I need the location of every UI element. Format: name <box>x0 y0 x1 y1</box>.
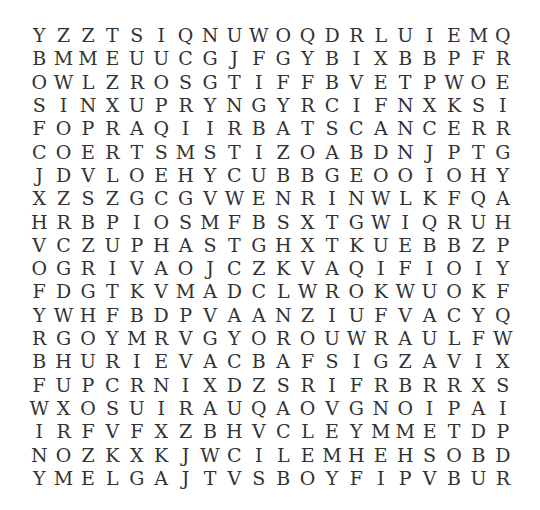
grid-cell-r16c1[interactable]: F <box>27 373 51 396</box>
grid-cell-r11c11[interactable]: K <box>271 257 295 280</box>
grid-cell-r12c17[interactable]: U <box>417 280 441 303</box>
grid-cell-r13c13[interactable]: I <box>320 304 344 327</box>
grid-cell-r1c8[interactable]: N <box>198 24 222 47</box>
grid-cell-r20c19[interactable]: U <box>466 467 490 490</box>
grid-cell-r11c12[interactable]: V <box>295 257 319 280</box>
grid-cell-r17c11[interactable]: A <box>271 397 295 420</box>
grid-cell-r8c1[interactable]: X <box>27 187 51 210</box>
grid-cell-r5c4[interactable]: R <box>100 117 124 140</box>
grid-cell-r14c16[interactable]: A <box>393 327 417 350</box>
grid-cell-r6c16[interactable]: N <box>393 140 417 163</box>
grid-cell-r11c3[interactable]: R <box>76 257 100 280</box>
grid-cell-r14c8[interactable]: G <box>198 327 222 350</box>
grid-cell-r8c7[interactable]: G <box>173 187 197 210</box>
grid-cell-r7c3[interactable]: V <box>76 164 100 187</box>
grid-cell-r10c15[interactable]: U <box>369 234 393 257</box>
grid-cell-r11c7[interactable]: O <box>173 257 197 280</box>
grid-cell-r17c15[interactable]: N <box>369 397 393 420</box>
grid-cell-r18c14[interactable]: Y <box>344 420 368 443</box>
grid-cell-r10c19[interactable]: Z <box>466 234 490 257</box>
grid-cell-r3c16[interactable]: T <box>393 71 417 94</box>
grid-cell-r18c19[interactable]: D <box>466 420 490 443</box>
grid-cell-r1c3[interactable]: Z <box>76 24 100 47</box>
grid-cell-r2c12[interactable]: Y <box>295 47 319 70</box>
grid-cell-r14c20[interactable]: W <box>491 327 515 350</box>
grid-cell-r16c11[interactable]: S <box>271 373 295 396</box>
grid-cell-r14c19[interactable]: F <box>466 327 490 350</box>
grid-cell-r19c4[interactable]: K <box>100 443 124 466</box>
grid-cell-r7c15[interactable]: O <box>369 164 393 187</box>
grid-cell-r17c12[interactable]: O <box>295 397 319 420</box>
grid-cell-r13c15[interactable]: F <box>369 304 393 327</box>
grid-cell-r17c10[interactable]: Q <box>247 397 271 420</box>
grid-cell-r9c5[interactable]: I <box>125 210 149 233</box>
grid-cell-r9c4[interactable]: P <box>100 210 124 233</box>
grid-cell-r20c12[interactable]: O <box>295 467 319 490</box>
grid-cell-r8c15[interactable]: W <box>369 187 393 210</box>
grid-cell-r4c5[interactable]: U <box>125 94 149 117</box>
grid-cell-r5c12[interactable]: T <box>295 117 319 140</box>
grid-cell-r2c9[interactable]: J <box>222 47 246 70</box>
grid-cell-r3c14[interactable]: V <box>344 71 368 94</box>
grid-cell-r6c17[interactable]: J <box>417 140 441 163</box>
grid-cell-r7c13[interactable]: G <box>320 164 344 187</box>
grid-cell-r17c16[interactable]: O <box>393 397 417 420</box>
grid-cell-r5c3[interactable]: P <box>76 117 100 140</box>
grid-cell-r2c13[interactable]: B <box>320 47 344 70</box>
grid-cell-r4c13[interactable]: C <box>320 94 344 117</box>
grid-cell-r16c2[interactable]: U <box>51 373 75 396</box>
grid-cell-r5c17[interactable]: C <box>417 117 441 140</box>
grid-cell-r17c14[interactable]: G <box>344 397 368 420</box>
grid-cell-r19c3[interactable]: Z <box>76 443 100 466</box>
grid-cell-r17c5[interactable]: U <box>125 397 149 420</box>
grid-cell-r2c19[interactable]: F <box>466 47 490 70</box>
grid-cell-r5c6[interactable]: Q <box>149 117 173 140</box>
grid-cell-r1c17[interactable]: I <box>417 24 441 47</box>
grid-cell-r7c18[interactable]: O <box>442 164 466 187</box>
grid-cell-r5c15[interactable]: A <box>369 117 393 140</box>
grid-cell-r6c4[interactable]: R <box>100 140 124 163</box>
grid-cell-r12c19[interactable]: K <box>466 280 490 303</box>
grid-cell-r3c15[interactable]: E <box>369 71 393 94</box>
grid-cell-r9c10[interactable]: B <box>247 210 271 233</box>
grid-cell-r14c18[interactable]: L <box>442 327 466 350</box>
grid-cell-r12c15[interactable]: K <box>369 280 393 303</box>
grid-cell-r13c5[interactable]: B <box>125 304 149 327</box>
grid-cell-r11c16[interactable]: F <box>393 257 417 280</box>
grid-cell-r7c20[interactable]: Y <box>491 164 515 187</box>
grid-cell-r9c20[interactable]: H <box>491 210 515 233</box>
grid-cell-r1c9[interactable]: U <box>222 24 246 47</box>
grid-cell-r5c14[interactable]: C <box>344 117 368 140</box>
grid-cell-r13c19[interactable]: Y <box>466 304 490 327</box>
grid-cell-r8c14[interactable]: N <box>344 187 368 210</box>
grid-cell-r16c18[interactable]: R <box>442 373 466 396</box>
grid-cell-r8c11[interactable]: N <box>271 187 295 210</box>
grid-cell-r2c5[interactable]: U <box>125 47 149 70</box>
grid-cell-r20c1[interactable]: Y <box>27 467 51 490</box>
grid-cell-r9c8[interactable]: M <box>198 210 222 233</box>
grid-cell-r7c6[interactable]: E <box>149 164 173 187</box>
grid-cell-r9c17[interactable]: Q <box>417 210 441 233</box>
grid-cell-r11c9[interactable]: C <box>222 257 246 280</box>
grid-cell-r12c16[interactable]: W <box>393 280 417 303</box>
grid-cell-r3c11[interactable]: F <box>271 71 295 94</box>
grid-cell-r6c6[interactable]: S <box>149 140 173 163</box>
grid-cell-r8c17[interactable]: K <box>417 187 441 210</box>
grid-cell-r12c7[interactable]: M <box>173 280 197 303</box>
grid-cell-r12c20[interactable]: F <box>491 280 515 303</box>
grid-cell-r1c12[interactable]: Q <box>295 24 319 47</box>
grid-cell-r11c14[interactable]: Q <box>344 257 368 280</box>
grid-cell-r14c7[interactable]: V <box>173 327 197 350</box>
grid-cell-r19c19[interactable]: B <box>466 443 490 466</box>
grid-cell-r6c14[interactable]: B <box>344 140 368 163</box>
grid-cell-r10c18[interactable]: B <box>442 234 466 257</box>
grid-cell-r15c19[interactable]: I <box>466 350 490 373</box>
grid-cell-r11c18[interactable]: O <box>442 257 466 280</box>
grid-cell-r16c6[interactable]: N <box>149 373 173 396</box>
grid-cell-r3c6[interactable]: O <box>149 71 173 94</box>
grid-cell-r9c12[interactable]: X <box>295 210 319 233</box>
grid-cell-r19c17[interactable]: S <box>417 443 441 466</box>
grid-cell-r1c14[interactable]: R <box>344 24 368 47</box>
grid-cell-r14c2[interactable]: G <box>51 327 75 350</box>
grid-cell-r13c9[interactable]: A <box>222 304 246 327</box>
grid-cell-r18c20[interactable]: P <box>491 420 515 443</box>
grid-cell-r4c7[interactable]: R <box>173 94 197 117</box>
grid-cell-r8c18[interactable]: F <box>442 187 466 210</box>
grid-cell-r2c15[interactable]: X <box>369 47 393 70</box>
grid-cell-r13c11[interactable]: N <box>271 304 295 327</box>
grid-cell-r20c18[interactable]: B <box>442 467 466 490</box>
grid-cell-r17c20[interactable]: I <box>491 397 515 420</box>
grid-cell-r20c2[interactable]: M <box>51 467 75 490</box>
grid-cell-r15c20[interactable]: X <box>491 350 515 373</box>
grid-cell-r1c13[interactable]: D <box>320 24 344 47</box>
grid-cell-r16c4[interactable]: C <box>100 373 124 396</box>
grid-cell-r18c2[interactable]: R <box>51 420 75 443</box>
grid-cell-r4c2[interactable]: I <box>51 94 75 117</box>
grid-cell-r6c11[interactable]: Z <box>271 140 295 163</box>
grid-cell-r8c12[interactable]: R <box>295 187 319 210</box>
grid-cell-r16c5[interactable]: R <box>125 373 149 396</box>
grid-cell-r12c10[interactable]: C <box>247 280 271 303</box>
grid-cell-r6c8[interactable]: S <box>198 140 222 163</box>
grid-cell-r9c6[interactable]: O <box>149 210 173 233</box>
grid-cell-r20c16[interactable]: P <box>393 467 417 490</box>
grid-cell-r7c4[interactable]: L <box>100 164 124 187</box>
grid-cell-r15c5[interactable]: I <box>125 350 149 373</box>
grid-cell-r19c16[interactable]: H <box>393 443 417 466</box>
grid-cell-r5c16[interactable]: N <box>393 117 417 140</box>
grid-cell-r7c5[interactable]: O <box>125 164 149 187</box>
grid-cell-r14c11[interactable]: R <box>271 327 295 350</box>
grid-cell-r3c1[interactable]: O <box>27 71 51 94</box>
grid-cell-r17c3[interactable]: O <box>76 397 100 420</box>
grid-cell-r16c3[interactable]: P <box>76 373 100 396</box>
grid-cell-r1c20[interactable]: Q <box>491 24 515 47</box>
grid-cell-r6c2[interactable]: O <box>51 140 75 163</box>
grid-cell-r13c2[interactable]: W <box>51 304 75 327</box>
grid-cell-r14c3[interactable]: O <box>76 327 100 350</box>
grid-cell-r14c10[interactable]: O <box>247 327 271 350</box>
grid-cell-r4c15[interactable]: F <box>369 94 393 117</box>
grid-cell-r7c17[interactable]: I <box>417 164 441 187</box>
grid-cell-r1c19[interactable]: M <box>466 24 490 47</box>
grid-cell-r18c8[interactable]: B <box>198 420 222 443</box>
grid-cell-r17c2[interactable]: X <box>51 397 75 420</box>
grid-cell-r1c1[interactable]: Y <box>27 24 51 47</box>
grid-cell-r19c13[interactable]: M <box>320 443 344 466</box>
grid-cell-r13c12[interactable]: Z <box>295 304 319 327</box>
grid-cell-r15c1[interactable]: B <box>27 350 51 373</box>
grid-cell-r8c3[interactable]: S <box>76 187 100 210</box>
grid-cell-r10c16[interactable]: E <box>393 234 417 257</box>
grid-cell-r18c16[interactable]: M <box>393 420 417 443</box>
grid-cell-r11c20[interactable]: Y <box>491 257 515 280</box>
grid-cell-r8c19[interactable]: Q <box>466 187 490 210</box>
grid-cell-r3c19[interactable]: O <box>466 71 490 94</box>
grid-cell-r2c8[interactable]: G <box>198 47 222 70</box>
grid-cell-r18c5[interactable]: F <box>125 420 149 443</box>
grid-cell-r19c9[interactable]: C <box>222 443 246 466</box>
grid-cell-r7c7[interactable]: H <box>173 164 197 187</box>
grid-cell-r18c12[interactable]: L <box>295 420 319 443</box>
grid-cell-r20c6[interactable]: A <box>149 467 173 490</box>
grid-cell-r19c20[interactable]: D <box>491 443 515 466</box>
grid-cell-r18c11[interactable]: C <box>271 420 295 443</box>
grid-cell-r12c14[interactable]: O <box>344 280 368 303</box>
grid-cell-r9c18[interactable]: R <box>442 210 466 233</box>
grid-cell-r6c5[interactable]: T <box>125 140 149 163</box>
grid-cell-r10c6[interactable]: H <box>149 234 173 257</box>
grid-cell-r7c16[interactable]: O <box>393 164 417 187</box>
grid-cell-r15c18[interactable]: V <box>442 350 466 373</box>
grid-cell-r17c4[interactable]: S <box>100 397 124 420</box>
grid-cell-r12c9[interactable]: D <box>222 280 246 303</box>
grid-cell-r10c12[interactable]: X <box>295 234 319 257</box>
grid-cell-r6c20[interactable]: G <box>491 140 515 163</box>
grid-cell-r16c12[interactable]: R <box>295 373 319 396</box>
grid-cell-r14c1[interactable]: R <box>27 327 51 350</box>
grid-cell-r17c7[interactable]: R <box>173 397 197 420</box>
grid-cell-r20c5[interactable]: G <box>125 467 149 490</box>
grid-cell-r12c5[interactable]: K <box>125 280 149 303</box>
grid-cell-r10c1[interactable]: V <box>27 234 51 257</box>
grid-cell-r18c9[interactable]: H <box>222 420 246 443</box>
grid-cell-r19c14[interactable]: H <box>344 443 368 466</box>
grid-cell-r10c2[interactable]: C <box>51 234 75 257</box>
grid-cell-r4c16[interactable]: N <box>393 94 417 117</box>
grid-cell-r18c18[interactable]: T <box>442 420 466 443</box>
grid-cell-r18c17[interactable]: E <box>417 420 441 443</box>
grid-cell-r7c10[interactable]: U <box>247 164 271 187</box>
grid-cell-r6c18[interactable]: P <box>442 140 466 163</box>
grid-cell-r4c11[interactable]: Y <box>271 94 295 117</box>
grid-cell-r16c9[interactable]: D <box>222 373 246 396</box>
grid-cell-r18c6[interactable]: X <box>149 420 173 443</box>
grid-cell-r4c14[interactable]: I <box>344 94 368 117</box>
grid-cell-r11c1[interactable]: O <box>27 257 51 280</box>
grid-cell-r17c9[interactable]: U <box>222 397 246 420</box>
grid-cell-r8c20[interactable]: A <box>491 187 515 210</box>
grid-cell-r10c8[interactable]: S <box>198 234 222 257</box>
grid-cell-r17c8[interactable]: A <box>198 397 222 420</box>
grid-cell-r19c6[interactable]: K <box>149 443 173 466</box>
grid-cell-r14c15[interactable]: R <box>369 327 393 350</box>
grid-cell-r15c12[interactable]: F <box>295 350 319 373</box>
grid-cell-r13c18[interactable]: C <box>442 304 466 327</box>
grid-cell-r1c2[interactable]: Z <box>51 24 75 47</box>
grid-cell-r1c6[interactable]: I <box>149 24 173 47</box>
grid-cell-r19c10[interactable]: I <box>247 443 271 466</box>
grid-cell-r16c7[interactable]: I <box>173 373 197 396</box>
grid-cell-r18c4[interactable]: V <box>100 420 124 443</box>
grid-cell-r16c19[interactable]: X <box>466 373 490 396</box>
grid-cell-r4c1[interactable]: S <box>27 94 51 117</box>
grid-cell-r13c17[interactable]: A <box>417 304 441 327</box>
grid-cell-r9c7[interactable]: S <box>173 210 197 233</box>
grid-cell-r4c17[interactable]: X <box>417 94 441 117</box>
grid-cell-r4c18[interactable]: K <box>442 94 466 117</box>
grid-cell-r8c10[interactable]: E <box>247 187 271 210</box>
grid-cell-r14c17[interactable]: U <box>417 327 441 350</box>
grid-cell-r7c14[interactable]: E <box>344 164 368 187</box>
grid-cell-r15c17[interactable]: A <box>417 350 441 373</box>
grid-cell-r3c2[interactable]: W <box>51 71 75 94</box>
grid-cell-r18c1[interactable]: I <box>27 420 51 443</box>
grid-cell-r13c1[interactable]: Y <box>27 304 51 327</box>
grid-cell-r13c10[interactable]: A <box>247 304 271 327</box>
grid-cell-r6c7[interactable]: M <box>173 140 197 163</box>
grid-cell-r15c7[interactable]: V <box>173 350 197 373</box>
grid-cell-r5c13[interactable]: S <box>320 117 344 140</box>
grid-cell-r11c10[interactable]: Z <box>247 257 271 280</box>
grid-cell-r4c9[interactable]: N <box>222 94 246 117</box>
grid-cell-r10c3[interactable]: Z <box>76 234 100 257</box>
grid-cell-r4c19[interactable]: S <box>466 94 490 117</box>
grid-cell-r3c5[interactable]: R <box>125 71 149 94</box>
grid-cell-r10c5[interactable]: P <box>125 234 149 257</box>
grid-cell-r9c9[interactable]: F <box>222 210 246 233</box>
grid-cell-r11c2[interactable]: G <box>51 257 75 280</box>
grid-cell-r17c19[interactable]: A <box>466 397 490 420</box>
grid-cell-r5c18[interactable]: E <box>442 117 466 140</box>
grid-cell-r14c6[interactable]: R <box>149 327 173 350</box>
grid-cell-r14c9[interactable]: Y <box>222 327 246 350</box>
grid-cell-r19c12[interactable]: E <box>295 443 319 466</box>
grid-cell-r10c9[interactable]: T <box>222 234 246 257</box>
grid-cell-r7c8[interactable]: Y <box>198 164 222 187</box>
grid-cell-r20c10[interactable]: S <box>247 467 271 490</box>
grid-cell-r16c20[interactable]: S <box>491 373 515 396</box>
grid-cell-r10c13[interactable]: T <box>320 234 344 257</box>
grid-cell-r3c10[interactable]: I <box>247 71 271 94</box>
grid-cell-r15c2[interactable]: H <box>51 350 75 373</box>
grid-cell-r14c12[interactable]: O <box>295 327 319 350</box>
grid-cell-r5c1[interactable]: F <box>27 117 51 140</box>
grid-cell-r2c2[interactable]: M <box>51 47 75 70</box>
grid-cell-r5c10[interactable]: B <box>247 117 271 140</box>
grid-cell-r16c10[interactable]: Z <box>247 373 271 396</box>
grid-cell-r4c8[interactable]: Y <box>198 94 222 117</box>
grid-cell-r1c18[interactable]: E <box>442 24 466 47</box>
grid-cell-r9c11[interactable]: S <box>271 210 295 233</box>
grid-cell-r11c6[interactable]: A <box>149 257 173 280</box>
grid-cell-r9c3[interactable]: B <box>76 210 100 233</box>
grid-cell-r7c2[interactable]: D <box>51 164 75 187</box>
grid-cell-r5c5[interactable]: A <box>125 117 149 140</box>
grid-cell-r15c16[interactable]: Z <box>393 350 417 373</box>
grid-cell-r13c8[interactable]: V <box>198 304 222 327</box>
grid-cell-r18c15[interactable]: M <box>369 420 393 443</box>
grid-cell-r15c6[interactable]: E <box>149 350 173 373</box>
grid-cell-r15c8[interactable]: A <box>198 350 222 373</box>
grid-cell-r3c20[interactable]: E <box>491 71 515 94</box>
grid-cell-r6c12[interactable]: O <box>295 140 319 163</box>
grid-cell-r6c19[interactable]: T <box>466 140 490 163</box>
grid-cell-r1c15[interactable]: L <box>369 24 393 47</box>
grid-cell-r9c14[interactable]: G <box>344 210 368 233</box>
grid-cell-r2c17[interactable]: B <box>417 47 441 70</box>
grid-cell-r1c16[interactable]: U <box>393 24 417 47</box>
grid-cell-r2c11[interactable]: G <box>271 47 295 70</box>
grid-cell-r8c5[interactable]: G <box>125 187 149 210</box>
grid-cell-r6c9[interactable]: T <box>222 140 246 163</box>
grid-cell-r12c6[interactable]: V <box>149 280 173 303</box>
grid-cell-r15c10[interactable]: B <box>247 350 271 373</box>
grid-cell-r1c11[interactable]: O <box>271 24 295 47</box>
grid-cell-r6c10[interactable]: I <box>247 140 271 163</box>
grid-cell-r12c8[interactable]: A <box>198 280 222 303</box>
grid-cell-r13c6[interactable]: D <box>149 304 173 327</box>
grid-cell-r18c3[interactable]: F <box>76 420 100 443</box>
grid-cell-r3c13[interactable]: B <box>320 71 344 94</box>
grid-cell-r19c11[interactable]: L <box>271 443 295 466</box>
grid-cell-r13c3[interactable]: H <box>76 304 100 327</box>
grid-cell-r17c17[interactable]: I <box>417 397 441 420</box>
grid-cell-r7c11[interactable]: B <box>271 164 295 187</box>
grid-cell-r3c12[interactable]: F <box>295 71 319 94</box>
grid-cell-r4c10[interactable]: G <box>247 94 271 117</box>
grid-cell-r2c10[interactable]: F <box>247 47 271 70</box>
grid-cell-r10c4[interactable]: U <box>100 234 124 257</box>
grid-cell-r16c17[interactable]: R <box>417 373 441 396</box>
grid-cell-r7c19[interactable]: H <box>466 164 490 187</box>
grid-cell-r15c14[interactable]: I <box>344 350 368 373</box>
grid-cell-r5c8[interactable]: I <box>198 117 222 140</box>
grid-cell-r1c7[interactable]: Q <box>173 24 197 47</box>
grid-cell-r8c4[interactable]: Z <box>100 187 124 210</box>
grid-cell-r2c6[interactable]: U <box>149 47 173 70</box>
grid-cell-r19c15[interactable]: E <box>369 443 393 466</box>
grid-cell-r15c13[interactable]: S <box>320 350 344 373</box>
grid-cell-r9c2[interactable]: R <box>51 210 75 233</box>
grid-cell-r2c3[interactable]: M <box>76 47 100 70</box>
grid-cell-r8c8[interactable]: V <box>198 187 222 210</box>
grid-cell-r16c15[interactable]: R <box>369 373 393 396</box>
grid-cell-r16c14[interactable]: F <box>344 373 368 396</box>
grid-cell-r1c10[interactable]: W <box>247 24 271 47</box>
grid-cell-r9c13[interactable]: T <box>320 210 344 233</box>
grid-cell-r9c1[interactable]: H <box>27 210 51 233</box>
grid-cell-r19c5[interactable]: X <box>125 443 149 466</box>
grid-cell-r2c1[interactable]: B <box>27 47 51 70</box>
grid-cell-r1c4[interactable]: T <box>100 24 124 47</box>
grid-cell-r11c8[interactable]: J <box>198 257 222 280</box>
